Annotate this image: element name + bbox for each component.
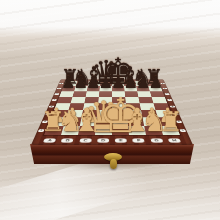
clasp-knob — [110, 159, 117, 169]
file-label-g: G — [150, 138, 163, 142]
piece-white-rook-h1[interactable]: ♜ — [159, 109, 183, 136]
rank-label-left-6: 6 — [55, 93, 60, 95]
rank-label-left-5: 5 — [52, 99, 57, 101]
file-label-a: A — [43, 138, 56, 142]
rank-label-right-6: 6 — [165, 93, 170, 95]
pieces-layer: ♜♞♝♛♚♝♞♜♟♟♟♟♟♟♟♟♟♟♟♟♟♟♟♟♜♞♝♛♚♝♞♜ — [0, 0, 220, 220]
photo-scene: ABCDEFGH ABCDEFGH 87654321 87654321 ♜♞♝♛… — [0, 0, 220, 220]
rank-label-right-5: 5 — [167, 99, 172, 101]
piece-black-pawn-h7[interactable]: ♟ — [148, 75, 163, 91]
file-label-h: H — [168, 138, 181, 142]
brass-clasp — [102, 150, 124, 172]
